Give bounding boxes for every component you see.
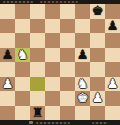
square-d1[interactable]	[45, 106, 60, 121]
square-c7[interactable]	[30, 19, 45, 34]
square-b2[interactable]	[15, 91, 30, 106]
square-e2[interactable]	[60, 91, 75, 106]
square-g7[interactable]	[90, 19, 105, 34]
square-f5[interactable]: ♟	[75, 48, 90, 63]
square-c6[interactable]	[30, 33, 45, 48]
square-e1[interactable]	[60, 106, 75, 121]
black-rook[interactable]: ♜	[32, 105, 44, 120]
white-king[interactable]: ♚	[77, 91, 89, 106]
bottom-bar-illegible-text-2	[92, 122, 108, 124]
white-pawn[interactable]: ♟	[107, 76, 119, 91]
square-h1[interactable]	[105, 106, 120, 121]
white-pawn[interactable]: ♟	[2, 76, 14, 91]
square-a3[interactable]: ♟	[0, 77, 15, 92]
square-c5[interactable]	[30, 48, 45, 63]
square-f8[interactable]	[75, 4, 90, 19]
square-b5[interactable]: ♞	[15, 48, 30, 63]
square-f2[interactable]: ♚	[75, 91, 90, 106]
square-f1[interactable]	[75, 106, 90, 121]
black-pawn[interactable]: ♟	[77, 47, 89, 62]
square-c3[interactable]	[30, 77, 45, 92]
square-a7[interactable]	[0, 19, 15, 34]
square-a5[interactable]: ♟	[0, 48, 15, 63]
square-g4[interactable]	[90, 62, 105, 77]
square-f7[interactable]	[75, 19, 90, 34]
square-h5[interactable]	[105, 48, 120, 63]
square-d5[interactable]	[45, 48, 60, 63]
square-e5[interactable]	[60, 48, 75, 63]
black-king[interactable]: ♚	[92, 4, 104, 19]
square-e7[interactable]	[60, 19, 75, 34]
square-b7[interactable]	[15, 19, 30, 34]
square-d4[interactable]	[45, 62, 60, 77]
bottom-bar	[0, 120, 120, 125]
square-b1[interactable]	[15, 106, 30, 121]
square-e4[interactable]	[60, 62, 75, 77]
bottom-bar-illegible-text	[36, 122, 70, 124]
square-c1[interactable]: ♜	[30, 106, 45, 121]
square-b3[interactable]	[15, 77, 30, 92]
square-g1[interactable]	[90, 106, 105, 121]
square-c4[interactable]	[30, 62, 45, 77]
chess-app-widget: ♚♟♟♞♟♟♞♟♚♟♜	[0, 0, 120, 125]
square-a1[interactable]	[0, 106, 15, 121]
square-d3[interactable]	[45, 77, 60, 92]
square-b4[interactable]	[15, 62, 30, 77]
black-pawn[interactable]: ♟	[107, 18, 119, 33]
white-pawn[interactable]: ♟	[92, 91, 104, 106]
square-a2[interactable]	[0, 91, 15, 106]
square-e3[interactable]	[60, 77, 75, 92]
square-h2[interactable]	[105, 91, 120, 106]
square-b8[interactable]	[15, 4, 30, 19]
square-g8[interactable]: ♚	[90, 4, 105, 19]
square-h6[interactable]	[105, 33, 120, 48]
square-a8[interactable]	[0, 4, 15, 19]
square-d8[interactable]	[45, 4, 60, 19]
top-bar-illegible-text-2	[40, 1, 78, 3]
white-knight[interactable]: ♞	[17, 47, 29, 62]
chess-board[interactable]: ♚♟♟♞♟♟♞♟♚♟♜	[0, 4, 120, 120]
square-g5[interactable]	[90, 48, 105, 63]
square-g6[interactable]	[90, 33, 105, 48]
square-d6[interactable]	[45, 33, 60, 48]
black-pawn[interactable]: ♟	[2, 47, 14, 62]
square-c8[interactable]	[30, 4, 45, 19]
square-e6[interactable]	[60, 33, 75, 48]
square-e8[interactable]	[60, 4, 75, 19]
top-bar-illegible-text	[3, 1, 33, 3]
square-h7[interactable]: ♟	[105, 19, 120, 34]
square-h3[interactable]: ♟	[105, 77, 120, 92]
square-d7[interactable]	[45, 19, 60, 34]
square-d2[interactable]	[45, 91, 60, 106]
square-g2[interactable]: ♟	[90, 91, 105, 106]
white-knight[interactable]: ♞	[77, 76, 89, 91]
bottom-bar-status-dot	[29, 121, 33, 124]
